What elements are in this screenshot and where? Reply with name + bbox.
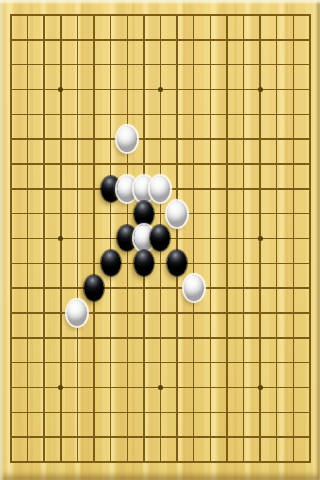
board-cell[interactable] (69, 201, 86, 226)
board-cell[interactable] (19, 152, 36, 177)
board-cell[interactable] (285, 350, 302, 375)
board-cell[interactable] (152, 276, 169, 301)
board-cell[interactable] (169, 3, 186, 28)
board-cell[interactable] (219, 127, 236, 152)
board-cell[interactable] (102, 3, 119, 28)
board-cell[interactable] (86, 350, 103, 375)
board-cell[interactable] (252, 450, 269, 475)
board-cell[interactable] (136, 3, 153, 28)
board-cell[interactable] (136, 400, 153, 425)
board-cell[interactable] (185, 77, 202, 102)
board-cell[interactable] (86, 276, 103, 301)
board-cell[interactable] (119, 276, 136, 301)
board-cell[interactable] (169, 425, 186, 450)
board-cell[interactable] (219, 251, 236, 276)
board-cell[interactable] (86, 450, 103, 475)
board-cell[interactable] (169, 27, 186, 52)
board-cell[interactable] (302, 152, 319, 177)
board-cell[interactable] (36, 27, 53, 52)
board-cell[interactable] (219, 425, 236, 450)
board-cell[interactable] (3, 77, 20, 102)
board-cell[interactable] (119, 77, 136, 102)
board-cell[interactable] (285, 201, 302, 226)
board-cell[interactable] (102, 325, 119, 350)
board-cell[interactable] (53, 102, 70, 127)
board-cell[interactable] (302, 226, 319, 251)
board-cell[interactable] (152, 226, 169, 251)
board-cell[interactable] (53, 176, 70, 201)
board-cell[interactable] (36, 301, 53, 326)
board-cell[interactable] (285, 77, 302, 102)
board-cell[interactable] (102, 301, 119, 326)
board-cell[interactable] (235, 450, 252, 475)
board-cell[interactable] (53, 425, 70, 450)
board-cell[interactable] (252, 77, 269, 102)
board-cell[interactable] (86, 127, 103, 152)
board-cell[interactable] (185, 425, 202, 450)
board-cell[interactable] (19, 27, 36, 52)
board-cell[interactable] (36, 400, 53, 425)
board-cell[interactable] (202, 27, 219, 52)
board-cell[interactable] (268, 226, 285, 251)
board-cell[interactable] (252, 251, 269, 276)
board-cell[interactable] (169, 325, 186, 350)
board-cell[interactable] (202, 450, 219, 475)
board-cell[interactable] (119, 3, 136, 28)
board-cell[interactable] (86, 176, 103, 201)
board-cell[interactable] (136, 325, 153, 350)
board-cell[interactable] (69, 102, 86, 127)
board-cell[interactable] (202, 127, 219, 152)
board-cell[interactable] (69, 375, 86, 400)
board-cell[interactable] (235, 3, 252, 28)
board-cell[interactable] (119, 325, 136, 350)
board-cell[interactable] (119, 301, 136, 326)
board-cell[interactable] (152, 400, 169, 425)
board-cell[interactable] (169, 276, 186, 301)
board-cell[interactable] (252, 102, 269, 127)
board-cell[interactable] (268, 77, 285, 102)
board-cell[interactable] (3, 350, 20, 375)
board-cell[interactable] (285, 226, 302, 251)
board-cell[interactable] (86, 226, 103, 251)
board-cell[interactable] (268, 276, 285, 301)
board-cell[interactable] (235, 102, 252, 127)
board-cell[interactable] (119, 152, 136, 177)
board-cell[interactable] (185, 27, 202, 52)
board-cell[interactable] (53, 52, 70, 77)
board-cell[interactable] (102, 276, 119, 301)
board-cell[interactable] (252, 176, 269, 201)
board-cell[interactable] (302, 450, 319, 475)
board-cell[interactable] (19, 251, 36, 276)
board-cell[interactable] (102, 77, 119, 102)
board-cell[interactable] (285, 152, 302, 177)
board-cell[interactable] (152, 350, 169, 375)
board-cell[interactable] (53, 350, 70, 375)
board-cell[interactable] (235, 251, 252, 276)
board-cell[interactable] (3, 375, 20, 400)
board-cell[interactable] (285, 127, 302, 152)
board-cell[interactable] (3, 226, 20, 251)
board-cell[interactable] (268, 425, 285, 450)
board-cell[interactable] (19, 301, 36, 326)
board-cell[interactable] (169, 301, 186, 326)
board-cell[interactable] (268, 350, 285, 375)
board-cell[interactable] (268, 450, 285, 475)
board-cell[interactable] (235, 276, 252, 301)
board-cell[interactable] (235, 226, 252, 251)
board-cell[interactable] (69, 52, 86, 77)
board-cell[interactable] (169, 152, 186, 177)
board-cell[interactable] (36, 350, 53, 375)
board-cell[interactable] (152, 301, 169, 326)
board-cell[interactable] (219, 350, 236, 375)
board-cell[interactable] (185, 301, 202, 326)
board-cell[interactable] (53, 251, 70, 276)
board-cell[interactable] (169, 375, 186, 400)
board-cell[interactable] (119, 27, 136, 52)
board-cell[interactable] (86, 27, 103, 52)
board-cell[interactable] (102, 102, 119, 127)
board-cell[interactable] (202, 350, 219, 375)
board-cell[interactable] (69, 77, 86, 102)
board-cell[interactable] (219, 276, 236, 301)
board-cell[interactable] (252, 152, 269, 177)
board-cell[interactable] (302, 301, 319, 326)
board-cell[interactable] (202, 375, 219, 400)
board-cell[interactable] (185, 251, 202, 276)
board-cell[interactable] (268, 201, 285, 226)
board-cell[interactable] (53, 450, 70, 475)
board-cell[interactable] (36, 152, 53, 177)
board-cell[interactable] (285, 400, 302, 425)
board-cell[interactable] (69, 152, 86, 177)
board-cell[interactable] (252, 276, 269, 301)
board-cell[interactable] (136, 27, 153, 52)
board-cell[interactable] (69, 226, 86, 251)
board-cell[interactable] (136, 375, 153, 400)
board-cell[interactable] (252, 425, 269, 450)
board-cell[interactable] (69, 350, 86, 375)
board-cell[interactable] (202, 301, 219, 326)
board-cell[interactable] (69, 400, 86, 425)
board-cell[interactable] (185, 325, 202, 350)
board-cell[interactable] (219, 375, 236, 400)
board-cell[interactable] (268, 251, 285, 276)
board-cell[interactable] (185, 3, 202, 28)
board-cell[interactable] (36, 226, 53, 251)
board-cell[interactable] (119, 102, 136, 127)
board-cell[interactable] (219, 450, 236, 475)
board-cell[interactable] (202, 325, 219, 350)
board-cell[interactable] (136, 301, 153, 326)
board-cell[interactable] (185, 400, 202, 425)
board-cell[interactable] (69, 3, 86, 28)
board-cell[interactable] (102, 27, 119, 52)
board-cell[interactable] (302, 127, 319, 152)
board-cell[interactable] (119, 350, 136, 375)
board-cell[interactable] (53, 400, 70, 425)
board-cell[interactable] (268, 301, 285, 326)
board-cell[interactable] (53, 226, 70, 251)
board-cell[interactable] (136, 450, 153, 475)
board-cell[interactable] (268, 3, 285, 28)
board-cell[interactable] (202, 226, 219, 251)
board-cell[interactable] (185, 450, 202, 475)
board-cell[interactable] (3, 400, 20, 425)
board-cell[interactable] (152, 425, 169, 450)
board-cell[interactable] (219, 3, 236, 28)
board-cell[interactable] (185, 127, 202, 152)
board-cell[interactable] (185, 276, 202, 301)
board-cell[interactable] (219, 400, 236, 425)
board-cell[interactable] (19, 176, 36, 201)
board-cell[interactable] (169, 201, 186, 226)
board-cell[interactable] (185, 375, 202, 400)
board-cell[interactable] (19, 425, 36, 450)
board-cell[interactable] (152, 375, 169, 400)
board-cell[interactable] (102, 400, 119, 425)
board-cell[interactable] (252, 52, 269, 77)
board-cell[interactable] (136, 152, 153, 177)
board-cell[interactable] (119, 425, 136, 450)
board-cell[interactable] (86, 301, 103, 326)
board-cell[interactable] (202, 251, 219, 276)
board-cell[interactable] (302, 400, 319, 425)
board-cell[interactable] (202, 400, 219, 425)
board-cell[interactable] (3, 201, 20, 226)
board-cell[interactable] (169, 450, 186, 475)
board-cell[interactable] (202, 52, 219, 77)
board-cell[interactable] (268, 127, 285, 152)
board-cell[interactable] (185, 201, 202, 226)
board-cell[interactable] (86, 77, 103, 102)
board-cell[interactable] (202, 3, 219, 28)
board-cell[interactable] (169, 350, 186, 375)
board-cell[interactable] (19, 450, 36, 475)
board-cell[interactable] (235, 375, 252, 400)
board-cell[interactable] (285, 251, 302, 276)
board-cell[interactable] (119, 375, 136, 400)
board-cell[interactable] (36, 127, 53, 152)
board-cell[interactable] (36, 77, 53, 102)
board-cell[interactable] (268, 375, 285, 400)
board-cell[interactable] (302, 102, 319, 127)
board-cell[interactable] (119, 52, 136, 77)
board-cell[interactable] (53, 77, 70, 102)
board-cell[interactable] (102, 425, 119, 450)
board-cell[interactable] (102, 52, 119, 77)
board-cell[interactable] (86, 375, 103, 400)
board-cell[interactable] (86, 325, 103, 350)
board-cell[interactable] (69, 127, 86, 152)
board-cell[interactable] (102, 375, 119, 400)
board-cell[interactable] (36, 450, 53, 475)
board-cell[interactable] (235, 425, 252, 450)
board-cell[interactable] (268, 152, 285, 177)
board-cell[interactable] (86, 102, 103, 127)
board-cell[interactable] (102, 450, 119, 475)
board-cell[interactable] (268, 52, 285, 77)
board-cell[interactable] (285, 102, 302, 127)
board-cell[interactable] (202, 425, 219, 450)
board-cell[interactable] (53, 375, 70, 400)
board-cell[interactable] (235, 350, 252, 375)
board-cell[interactable] (302, 425, 319, 450)
board-cell[interactable] (285, 52, 302, 77)
board-cell[interactable] (152, 27, 169, 52)
board-cell[interactable] (69, 301, 86, 326)
board-cell[interactable] (19, 52, 36, 77)
board-cell[interactable] (185, 52, 202, 77)
board-cell[interactable] (302, 375, 319, 400)
board-cell[interactable] (136, 127, 153, 152)
board-cell[interactable] (202, 176, 219, 201)
board-cell[interactable] (235, 400, 252, 425)
board-cell[interactable] (252, 127, 269, 152)
board-cell[interactable] (285, 301, 302, 326)
board-cell[interactable] (36, 176, 53, 201)
board-cell[interactable] (53, 127, 70, 152)
board-cell[interactable] (3, 251, 20, 276)
board-cell[interactable] (302, 176, 319, 201)
board-cell[interactable] (86, 3, 103, 28)
board-cell[interactable] (86, 251, 103, 276)
board-cell[interactable] (219, 102, 236, 127)
board-cell[interactable] (285, 3, 302, 28)
board-cell[interactable] (285, 276, 302, 301)
board-cell[interactable] (185, 176, 202, 201)
board-cell[interactable] (235, 201, 252, 226)
board-cell[interactable] (285, 375, 302, 400)
board-cell[interactable] (169, 400, 186, 425)
board-cell[interactable] (152, 77, 169, 102)
board-cell[interactable] (86, 52, 103, 77)
board-cell[interactable] (36, 425, 53, 450)
board-cell[interactable] (86, 201, 103, 226)
board-cell[interactable] (69, 425, 86, 450)
board-cell[interactable] (202, 152, 219, 177)
board-cell[interactable] (136, 201, 153, 226)
board-cell[interactable] (102, 350, 119, 375)
board-cell[interactable] (252, 27, 269, 52)
board-cell[interactable] (53, 201, 70, 226)
board-cell[interactable] (152, 176, 169, 201)
board-cell[interactable] (69, 176, 86, 201)
board-cell[interactable] (185, 152, 202, 177)
board-cell[interactable] (136, 276, 153, 301)
board-cell[interactable] (268, 176, 285, 201)
board-cell[interactable] (36, 3, 53, 28)
board-cell[interactable] (169, 226, 186, 251)
board-cell[interactable] (302, 52, 319, 77)
board-cell[interactable] (3, 102, 20, 127)
board-cell[interactable] (53, 152, 70, 177)
board-cell[interactable] (19, 201, 36, 226)
board-cell[interactable] (252, 201, 269, 226)
board-cell[interactable] (36, 201, 53, 226)
board-cell[interactable] (169, 77, 186, 102)
board-cell[interactable] (19, 350, 36, 375)
board-cell[interactable] (53, 27, 70, 52)
board-cell[interactable] (252, 3, 269, 28)
board-cell[interactable] (152, 152, 169, 177)
board-cell[interactable] (152, 127, 169, 152)
board-cell[interactable] (152, 52, 169, 77)
board-cell[interactable] (235, 52, 252, 77)
board-cell[interactable] (268, 27, 285, 52)
board-cell[interactable] (3, 325, 20, 350)
board-cell[interactable] (202, 276, 219, 301)
board-cell[interactable] (169, 102, 186, 127)
board-cell[interactable] (302, 325, 319, 350)
board-cell[interactable] (302, 201, 319, 226)
board-cell[interactable] (53, 325, 70, 350)
board-cell[interactable] (202, 102, 219, 127)
board-cell[interactable] (136, 102, 153, 127)
board-cell[interactable] (235, 152, 252, 177)
board-cell[interactable] (302, 77, 319, 102)
board-cell[interactable] (136, 52, 153, 77)
board-cell[interactable] (169, 127, 186, 152)
board-cell[interactable] (302, 276, 319, 301)
board-cell[interactable] (202, 77, 219, 102)
board-cell[interactable] (219, 176, 236, 201)
board-cell[interactable] (86, 400, 103, 425)
board-cell[interactable] (285, 450, 302, 475)
board-cell[interactable] (302, 350, 319, 375)
board-cell[interactable] (36, 102, 53, 127)
board-cell[interactable] (86, 152, 103, 177)
board-cell[interactable] (202, 201, 219, 226)
board-cell[interactable] (235, 27, 252, 52)
board-cell[interactable] (3, 276, 20, 301)
board-cell[interactable] (53, 276, 70, 301)
board-cell[interactable] (19, 226, 36, 251)
board-cell[interactable] (152, 325, 169, 350)
board-cell[interactable] (86, 425, 103, 450)
board-cell[interactable] (285, 425, 302, 450)
board-cell[interactable] (69, 27, 86, 52)
board-cell[interactable] (136, 425, 153, 450)
board-cell[interactable] (219, 77, 236, 102)
board-cell[interactable] (268, 325, 285, 350)
board-cell[interactable] (102, 201, 119, 226)
board-cell[interactable] (3, 3, 20, 28)
board-cell[interactable] (219, 226, 236, 251)
board-cell[interactable] (268, 102, 285, 127)
board-cell[interactable] (219, 52, 236, 77)
board-cell[interactable] (302, 3, 319, 28)
board-cell[interactable] (252, 325, 269, 350)
board-cell[interactable] (36, 276, 53, 301)
board-cell[interactable] (19, 325, 36, 350)
board-cell[interactable] (136, 350, 153, 375)
board-cell[interactable] (285, 176, 302, 201)
board-cell[interactable] (119, 400, 136, 425)
board-cell[interactable] (185, 102, 202, 127)
board-cell[interactable] (3, 127, 20, 152)
board-cell[interactable] (169, 176, 186, 201)
board-cell[interactable] (136, 77, 153, 102)
board-cell[interactable] (252, 226, 269, 251)
board-cell[interactable] (185, 350, 202, 375)
board-cell[interactable] (3, 450, 20, 475)
board-cell[interactable] (19, 276, 36, 301)
board-cell[interactable] (268, 400, 285, 425)
board-cell[interactable] (119, 127, 136, 152)
